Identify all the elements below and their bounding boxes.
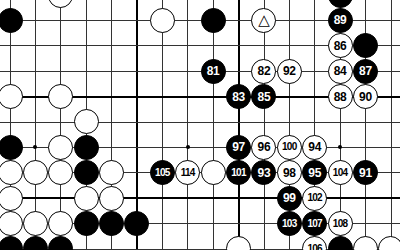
move-number: 107 — [307, 219, 322, 229]
stone-black-95[interactable]: 95 — [302, 160, 327, 185]
stone-white[interactable] — [150, 8, 175, 33]
stone-black[interactable] — [328, 236, 353, 250]
move-number: 90 — [359, 91, 372, 103]
stone-black-107[interactable]: 107 — [302, 211, 327, 236]
move-number: 86 — [334, 40, 347, 52]
move-number: 97 — [232, 141, 245, 153]
stone-white-82[interactable]: 82 — [251, 59, 276, 84]
stone-white[interactable] — [74, 186, 99, 211]
move-number: 102 — [307, 193, 322, 203]
stone-white-90[interactable]: 90 — [353, 84, 378, 109]
stone-white-98[interactable]: 98 — [277, 160, 302, 185]
stone-white[interactable] — [0, 160, 23, 185]
stone-white-100[interactable]: 100 — [277, 135, 302, 160]
stone-white[interactable] — [99, 186, 124, 211]
move-number: 99 — [283, 192, 296, 204]
go-board[interactable]: △898681829284878385889097961009410511410… — [0, 0, 400, 250]
stone-white-triangle[interactable]: △ — [251, 8, 276, 33]
move-number: 91 — [359, 167, 372, 179]
stone-black[interactable] — [0, 236, 23, 250]
stone-white-102[interactable]: 102 — [302, 186, 327, 211]
stone-white-84[interactable]: 84 — [328, 59, 353, 84]
stone-black-97[interactable]: 97 — [226, 135, 251, 160]
stone-white-104[interactable]: 104 — [328, 160, 353, 185]
stone-black-103[interactable]: 103 — [277, 211, 302, 236]
stone-black[interactable] — [353, 33, 378, 58]
move-number: 100 — [282, 142, 297, 152]
move-number: 85 — [258, 91, 271, 103]
stone-white[interactable] — [48, 211, 73, 236]
stone-white[interactable] — [201, 160, 226, 185]
move-number: 108 — [333, 219, 348, 229]
stone-white-114[interactable]: 114 — [175, 160, 200, 185]
stone-white[interactable] — [0, 186, 23, 211]
stone-black-93[interactable]: 93 — [251, 160, 276, 185]
stone-black[interactable] — [74, 135, 99, 160]
stone-white[interactable] — [23, 211, 48, 236]
stone-white-96[interactable]: 96 — [251, 135, 276, 160]
stone-black[interactable] — [201, 8, 226, 33]
triangle-mark-icon: △ — [258, 12, 270, 27]
move-number: 96 — [258, 141, 271, 153]
stone-black-101[interactable]: 101 — [226, 160, 251, 185]
stone-white-106[interactable]: 106 — [302, 236, 327, 250]
stone-black[interactable] — [74, 160, 99, 185]
stone-black-85[interactable]: 85 — [251, 84, 276, 109]
move-number: 101 — [231, 168, 246, 178]
stone-black[interactable] — [48, 236, 73, 250]
stone-white[interactable] — [378, 236, 400, 250]
move-number: 92 — [283, 65, 296, 77]
stone-black-89[interactable]: 89 — [328, 8, 353, 33]
stone-black-105[interactable]: 105 — [150, 160, 175, 185]
stone-white[interactable] — [99, 160, 124, 185]
move-number: 105 — [155, 168, 170, 178]
stone-white-94[interactable]: 94 — [302, 135, 327, 160]
stone-white[interactable] — [0, 84, 23, 109]
move-number: 93 — [258, 167, 271, 179]
stone-white-88[interactable]: 88 — [328, 84, 353, 109]
stone-white-108[interactable]: 108 — [328, 211, 353, 236]
move-number: 106 — [307, 244, 322, 250]
move-number: 82 — [258, 65, 271, 77]
stone-black[interactable] — [74, 211, 99, 236]
stone-white[interactable] — [23, 160, 48, 185]
stone-black-91[interactable]: 91 — [353, 160, 378, 185]
move-number: 87 — [359, 65, 372, 77]
stone-black[interactable] — [99, 211, 124, 236]
stone-black[interactable] — [23, 236, 48, 250]
stone-black[interactable] — [0, 8, 23, 33]
move-number: 81 — [207, 65, 220, 77]
stone-black-87[interactable]: 87 — [353, 59, 378, 84]
stone-black[interactable] — [0, 135, 23, 160]
move-number: 114 — [181, 168, 195, 178]
stones-layer: △898681829284878385889097961009410511410… — [0, 0, 400, 250]
move-number: 84 — [334, 65, 347, 77]
stone-black-99[interactable]: 99 — [277, 186, 302, 211]
stone-white[interactable] — [353, 236, 378, 250]
stone-white[interactable] — [48, 84, 73, 109]
move-number: 94 — [308, 141, 321, 153]
move-number: 103 — [282, 219, 297, 229]
stone-white[interactable] — [48, 135, 73, 160]
move-number: 88 — [334, 91, 347, 103]
stone-white[interactable] — [74, 109, 99, 134]
move-number: 89 — [334, 14, 347, 26]
stone-black[interactable] — [124, 211, 149, 236]
move-number: 98 — [283, 167, 296, 179]
stone-white[interactable] — [48, 0, 73, 8]
move-number: 104 — [333, 168, 348, 178]
move-number: 83 — [232, 91, 245, 103]
stone-white-92[interactable]: 92 — [277, 59, 302, 84]
move-number: 95 — [308, 167, 321, 179]
stone-black-81[interactable]: 81 — [201, 59, 226, 84]
stone-white[interactable] — [0, 211, 23, 236]
stone-white[interactable] — [48, 160, 73, 185]
stone-white[interactable] — [226, 236, 251, 250]
stone-white-86[interactable]: 86 — [328, 33, 353, 58]
stone-black[interactable] — [328, 0, 353, 8]
stone-black-83[interactable]: 83 — [226, 84, 251, 109]
